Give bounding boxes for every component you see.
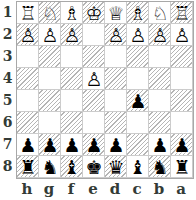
piece-black-king-e8[interactable]: ♚ [83,156,105,178]
square-a6[interactable] [171,112,193,134]
square-h4[interactable] [17,68,39,90]
square-g8[interactable]: ♞ [39,156,61,178]
square-d1[interactable]: ♕ [105,2,127,24]
rank-label-6: 6 [0,111,15,133]
square-h3[interactable] [17,46,39,68]
rank-label-5: 5 [0,89,15,111]
square-e7[interactable]: ♟ [83,134,105,156]
square-a3[interactable] [171,46,193,68]
file-label-g: g [38,181,60,199]
square-f6[interactable] [61,112,83,134]
piece-black-pawn-g7[interactable]: ♟ [39,134,61,156]
file-label-b: b [148,181,170,199]
square-f5[interactable] [61,90,83,112]
square-c3[interactable] [127,46,149,68]
square-a8[interactable]: ♜ [171,156,193,178]
piece-black-pawn-a7[interactable]: ♟ [171,134,193,156]
square-d7[interactable]: ♟ [105,134,127,156]
square-h8[interactable]: ♜ [17,156,39,178]
square-e6[interactable] [83,112,105,134]
piece-black-bishop-c8[interactable]: ♝ [127,156,149,178]
square-a5[interactable] [171,90,193,112]
piece-black-rook-h8[interactable]: ♜ [17,156,39,178]
square-f3[interactable] [61,46,83,68]
square-h6[interactable] [17,112,39,134]
square-b5[interactable] [149,90,171,112]
rank-labels: 12345678 [0,1,15,177]
square-b8[interactable]: ♞ [149,156,171,178]
square-e5[interactable] [83,90,105,112]
file-label-f: f [60,181,82,199]
piece-black-bishop-f8[interactable]: ♝ [61,156,83,178]
piece-white-pawn-d2[interactable]: ♙ [105,24,127,46]
square-a4[interactable] [171,68,193,90]
square-f2[interactable]: ♙ [61,24,83,46]
piece-white-pawn-e4[interactable]: ♙ [83,68,105,90]
piece-white-pawn-a2[interactable]: ♙ [171,24,193,46]
file-label-h: h [16,181,38,199]
square-c7[interactable] [127,134,149,156]
square-d5[interactable] [105,90,127,112]
square-g3[interactable] [39,46,61,68]
file-label-c: c [126,181,148,199]
square-h5[interactable] [17,90,39,112]
square-h2[interactable]: ♙ [17,24,39,46]
piece-white-bishop-c1[interactable]: ♗ [127,2,149,24]
rank-label-1: 1 [0,1,15,23]
square-c4[interactable] [127,68,149,90]
square-f1[interactable]: ♗ [61,2,83,24]
square-g2[interactable]: ♙ [39,24,61,46]
piece-white-pawn-c2[interactable]: ♙ [127,24,149,46]
piece-black-pawn-h7[interactable]: ♟ [17,134,39,156]
square-g1[interactable]: ♘ [39,2,61,24]
piece-black-pawn-e7[interactable]: ♟ [83,134,105,156]
square-f8[interactable]: ♝ [61,156,83,178]
square-e1[interactable]: ♔ [83,2,105,24]
square-g4[interactable] [39,68,61,90]
square-a1[interactable]: ♖ [171,2,193,24]
rank-label-2: 2 [0,23,15,45]
piece-white-pawn-h2[interactable]: ♙ [17,24,39,46]
piece-black-pawn-b7[interactable]: ♟ [149,134,171,156]
square-f7[interactable]: ♟ [61,134,83,156]
piece-white-knight-b1[interactable]: ♘ [149,2,171,24]
piece-white-pawn-g2[interactable]: ♙ [39,24,61,46]
square-a7[interactable]: ♟ [171,134,193,156]
square-g5[interactable] [39,90,61,112]
piece-black-knight-g8[interactable]: ♞ [39,156,61,178]
square-e4[interactable]: ♙ [83,68,105,90]
square-b1[interactable]: ♘ [149,2,171,24]
square-h7[interactable]: ♟ [17,134,39,156]
chess-board: ♖♘♗♔♕♗♘♖♙♙♙♙♙♙♙♙♟♟♟♟♟♟♟♟♜♞♝♚♛♝♞♜ [16,1,194,179]
square-d8[interactable]: ♛ [105,156,127,178]
piece-black-rook-a8[interactable]: ♜ [171,156,193,178]
square-a2[interactable]: ♙ [171,24,193,46]
square-b3[interactable] [149,46,171,68]
square-c1[interactable]: ♗ [127,2,149,24]
rank-label-7: 7 [0,133,15,155]
square-g7[interactable]: ♟ [39,134,61,156]
square-c5[interactable]: ♟ [127,90,149,112]
square-e8[interactable]: ♚ [83,156,105,178]
square-f4[interactable] [61,68,83,90]
piece-white-queen-d1[interactable]: ♕ [105,2,127,24]
piece-white-pawn-b2[interactable]: ♙ [149,24,171,46]
square-d2[interactable]: ♙ [105,24,127,46]
piece-white-knight-g1[interactable]: ♘ [39,2,61,24]
piece-white-rook-a1[interactable]: ♖ [171,2,193,24]
piece-black-pawn-d7[interactable]: ♟ [105,134,127,156]
rank-label-8: 8 [0,155,15,177]
piece-black-knight-b8[interactable]: ♞ [149,156,171,178]
square-b2[interactable]: ♙ [149,24,171,46]
piece-white-rook-h1[interactable]: ♖ [17,2,39,24]
square-d3[interactable] [105,46,127,68]
square-h1[interactable]: ♖ [17,2,39,24]
chess-diagram: 12345678 ♖♘♗♔♕♗♘♖♙♙♙♙♙♙♙♙♟♟♟♟♟♟♟♟♜♞♝♚♛♝♞… [0,0,196,200]
file-label-a: a [170,181,192,199]
square-c8[interactable]: ♝ [127,156,149,178]
piece-black-pawn-c5[interactable]: ♟ [127,90,149,112]
square-c2[interactable]: ♙ [127,24,149,46]
file-label-d: d [104,181,126,199]
piece-black-queen-d8[interactable]: ♛ [105,156,127,178]
square-b4[interactable] [149,68,171,90]
square-e2[interactable] [83,24,105,46]
file-labels: hgfedcba [16,181,192,199]
square-d6[interactable] [105,112,127,134]
square-e3[interactable] [83,46,105,68]
square-b6[interactable] [149,112,171,134]
square-b7[interactable]: ♟ [149,134,171,156]
rank-label-4: 4 [0,67,15,89]
square-c6[interactable] [127,112,149,134]
piece-white-pawn-f2[interactable]: ♙ [61,24,83,46]
rank-label-3: 3 [0,45,15,67]
square-g6[interactable] [39,112,61,134]
square-d4[interactable] [105,68,127,90]
piece-white-king-e1[interactable]: ♔ [83,2,105,24]
piece-black-pawn-f7[interactable]: ♟ [61,134,83,156]
piece-white-bishop-f1[interactable]: ♗ [61,2,83,24]
file-label-e: e [82,181,104,199]
